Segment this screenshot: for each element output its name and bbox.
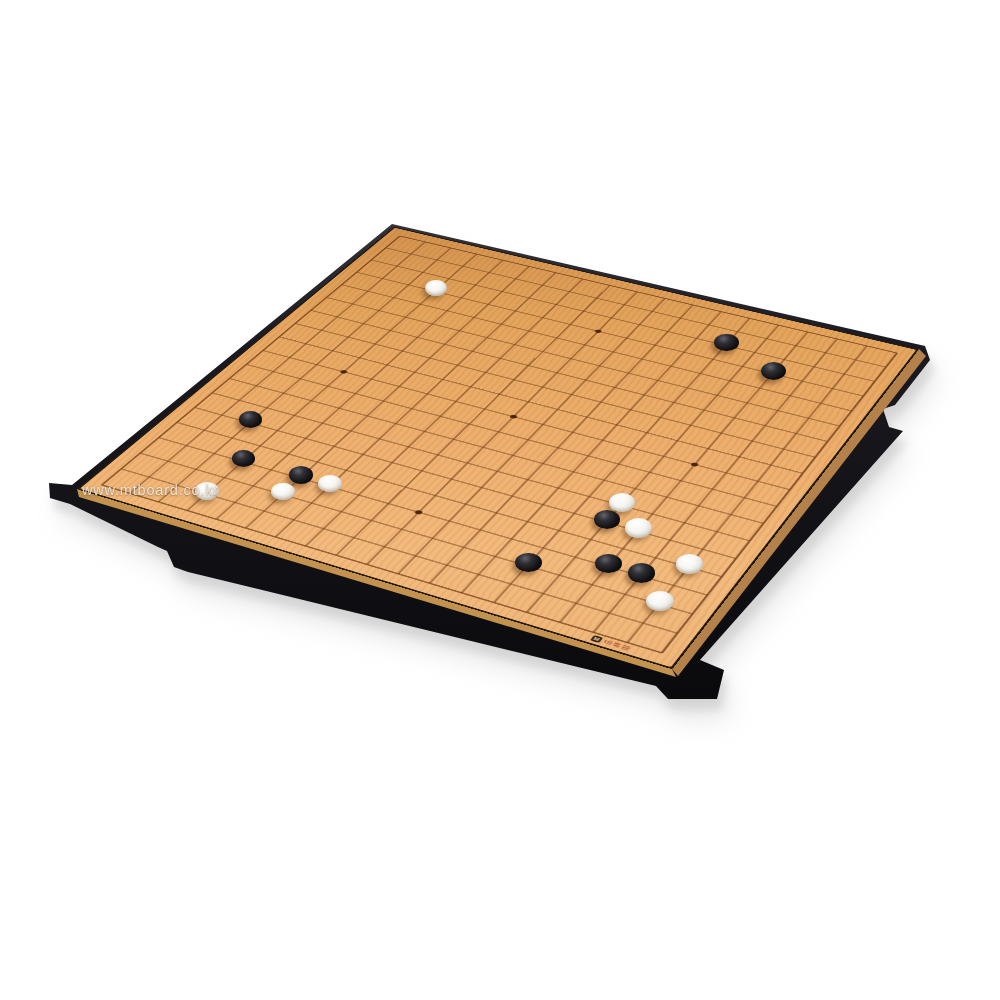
black-stone [594,510,621,529]
grid-line-v [276,273,556,537]
black-stone [515,553,542,572]
grid-line-v [336,285,610,555]
brand-logo-icon: M [590,635,603,643]
black-stone [628,563,656,583]
white-stone [646,591,674,611]
black-stone [714,334,738,352]
grid-line-v [430,305,693,583]
grid-line-v [306,279,583,546]
star-point [414,510,424,515]
grid-line-h [195,407,736,558]
black-stone [289,466,313,484]
white-stone [609,493,636,512]
black-stone [761,362,786,380]
product-photo: M 바둑판 www.mtboard.co.kr [0,0,1000,1000]
star-point [509,414,518,419]
watermark: www.mtboard.co.kr [82,482,219,498]
grid-line-v [398,298,665,573]
star-point [594,329,603,333]
white-stone [625,518,652,537]
star-point [690,462,699,467]
grid-line-h [229,378,763,523]
star-point [339,370,348,374]
